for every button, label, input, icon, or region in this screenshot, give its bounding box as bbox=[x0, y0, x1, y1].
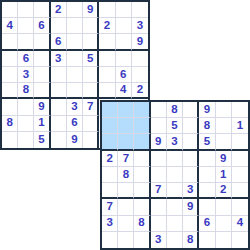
cell-g2-r7-c7[interactable] bbox=[199, 199, 215, 215]
cell-g2-r6-c1[interactable] bbox=[102, 183, 118, 199]
cell-g2-r1-c9[interactable] bbox=[232, 102, 248, 118]
cell-g2-r5-c5[interactable] bbox=[167, 167, 183, 183]
cell-g1-r2-c9[interactable]: 3 bbox=[132, 18, 148, 34]
cell-g2-r1-c8[interactable] bbox=[216, 102, 232, 118]
cell-g1-r8-c3[interactable]: 1 bbox=[34, 116, 50, 132]
cell-g2-r6-c3[interactable] bbox=[134, 183, 150, 199]
cell-g1-r4-c2[interactable]: 6 bbox=[18, 51, 34, 67]
cell-g1-r4-c6[interactable]: 5 bbox=[83, 51, 99, 67]
cell-g1-r9-c4[interactable] bbox=[51, 132, 67, 148]
cell-g2-r5-c3[interactable] bbox=[134, 167, 150, 183]
cell-g1-r3-c6[interactable] bbox=[83, 34, 99, 50]
cell-g1-r4-c7[interactable] bbox=[99, 51, 115, 67]
cell-g1-r6-c6[interactable] bbox=[83, 83, 99, 99]
cell-g1-r2-c2[interactable] bbox=[18, 18, 34, 34]
cell-g1-r2-c5[interactable] bbox=[67, 18, 83, 34]
cell-g2-r4-c2[interactable]: 7 bbox=[118, 151, 134, 167]
cell-g1-r1-c8[interactable] bbox=[116, 2, 132, 18]
cell-g1-r7-c3[interactable]: 9 bbox=[34, 99, 50, 115]
cell-g2-r5-c7[interactable] bbox=[199, 167, 215, 183]
cell-g1-r3-c2[interactable] bbox=[18, 34, 34, 50]
cell-g1-r4-c5[interactable] bbox=[67, 51, 83, 67]
cell-g1-r5-c4[interactable] bbox=[51, 67, 67, 83]
cell-g2-r3-c8[interactable] bbox=[216, 134, 232, 150]
cell-g1-r1-c6[interactable]: 9 bbox=[83, 2, 99, 18]
cell-g2-r9-c7[interactable] bbox=[199, 232, 215, 248]
cell-g2-r9-c3[interactable] bbox=[134, 232, 150, 248]
cell-g1-r5-c9[interactable] bbox=[132, 67, 148, 83]
cell-g2-r2-c8[interactable] bbox=[216, 118, 232, 134]
cell-g2-r5-c4[interactable] bbox=[151, 167, 167, 183]
cell-g1-r7-c5[interactable]: 3 bbox=[67, 99, 83, 115]
cell-g2-r2-c3-shared[interactable] bbox=[134, 118, 150, 134]
cell-g2-r2-c7[interactable]: 8 bbox=[199, 118, 215, 134]
cell-g2-r9-c2[interactable] bbox=[118, 232, 134, 248]
cell-g1-r6-c4[interactable] bbox=[51, 83, 67, 99]
cell-g2-r6-c2[interactable] bbox=[118, 183, 134, 199]
cell-g1-r6-c9[interactable]: 2 bbox=[132, 83, 148, 99]
cell-g2-r2-c2-shared[interactable] bbox=[118, 118, 134, 134]
cell-g2-r5-c1[interactable] bbox=[102, 167, 118, 183]
cell-g1-r3-c9[interactable]: 9 bbox=[132, 34, 148, 50]
cell-g2-r9-c9[interactable] bbox=[232, 232, 248, 248]
cell-g1-r8-c6[interactable] bbox=[83, 116, 99, 132]
cell-g2-r8-c3[interactable]: 8 bbox=[134, 216, 150, 232]
cell-g1-r1-c2[interactable] bbox=[18, 2, 34, 18]
cell-g2-r8-c2[interactable] bbox=[118, 216, 134, 232]
cell-g1-r3-c8[interactable] bbox=[116, 34, 132, 50]
cell-g1-r2-c7[interactable]: 2 bbox=[99, 18, 115, 34]
cell-g2-r4-c7[interactable] bbox=[199, 151, 215, 167]
cell-g2-r6-c9[interactable] bbox=[232, 183, 248, 199]
cell-g2-r1-c1-shared[interactable] bbox=[102, 102, 118, 118]
cell-g1-r3-c5[interactable] bbox=[67, 34, 83, 50]
cell-g1-r3-c3[interactable] bbox=[34, 34, 50, 50]
cell-g1-r9-c1[interactable] bbox=[2, 132, 18, 148]
cell-g1-r5-c7[interactable] bbox=[99, 67, 115, 83]
cell-g2-r8-c8[interactable] bbox=[216, 216, 232, 232]
cell-g1-r1-c3[interactable] bbox=[34, 2, 50, 18]
cell-g2-r4-c8[interactable]: 9 bbox=[216, 151, 232, 167]
cell-g2-r2-c6[interactable] bbox=[183, 118, 199, 134]
cell-g1-r8-c2[interactable] bbox=[18, 116, 34, 132]
cell-g2-r7-c9[interactable] bbox=[232, 199, 248, 215]
cell-g2-r1-c2-shared[interactable] bbox=[118, 102, 134, 118]
cell-g1-r2-c1[interactable]: 4 bbox=[2, 18, 18, 34]
cell-g2-r2-c9[interactable]: 1 bbox=[232, 118, 248, 134]
cell-g1-r2-c3[interactable]: 6 bbox=[34, 18, 50, 34]
cell-g1-r4-c1[interactable] bbox=[2, 51, 18, 67]
cell-g1-r7-c6[interactable]: 7 bbox=[83, 99, 99, 115]
cell-g2-r9-c5[interactable] bbox=[167, 232, 183, 248]
cell-g2-r7-c3[interactable] bbox=[134, 199, 150, 215]
cell-g1-r1-c9[interactable] bbox=[132, 2, 148, 18]
cell-g2-r7-c1[interactable]: 7 bbox=[102, 199, 118, 215]
cell-g2-r6-c5[interactable] bbox=[167, 183, 183, 199]
cell-g1-r3-c1[interactable] bbox=[2, 34, 18, 50]
cell-g2-r4-c6[interactable] bbox=[183, 151, 199, 167]
cell-g1-r7-c1[interactable] bbox=[2, 99, 18, 115]
cell-g1-r6-c1[interactable] bbox=[2, 83, 18, 99]
cell-g2-r6-c4[interactable]: 7 bbox=[151, 183, 167, 199]
cell-g2-r4-c1[interactable]: 2 bbox=[102, 151, 118, 167]
cell-g2-r2-c1-shared[interactable] bbox=[102, 118, 118, 134]
cell-g1-r4-c4[interactable]: 3 bbox=[51, 51, 67, 67]
cell-g2-r5-c2[interactable]: 8 bbox=[118, 167, 134, 183]
cell-g2-r7-c6[interactable]: 9 bbox=[183, 199, 199, 215]
cell-g1-r6-c8[interactable]: 4 bbox=[116, 83, 132, 99]
cell-g1-r1-c7[interactable] bbox=[99, 2, 115, 18]
cell-g2-r4-c5[interactable] bbox=[167, 151, 183, 167]
cell-g1-r9-c2[interactable] bbox=[18, 132, 34, 148]
cell-g2-r7-c5[interactable] bbox=[167, 199, 183, 215]
cell-g1-r9-c6[interactable] bbox=[83, 132, 99, 148]
cell-g1-r2-c8[interactable] bbox=[116, 18, 132, 34]
cell-g2-r3-c4[interactable]: 9 bbox=[151, 134, 167, 150]
cell-g1-r8-c4[interactable] bbox=[51, 116, 67, 132]
cell-g2-r1-c6[interactable] bbox=[183, 102, 199, 118]
cell-g1-r5-c8[interactable]: 6 bbox=[116, 67, 132, 83]
cell-g2-r8-c6[interactable] bbox=[183, 216, 199, 232]
cell-g1-r7-c2[interactable] bbox=[18, 99, 34, 115]
cell-g1-r5-c5[interactable] bbox=[67, 67, 83, 83]
cell-g2-r9-c6[interactable]: 8 bbox=[183, 232, 199, 248]
cell-g1-r5-c2[interactable]: 3 bbox=[18, 67, 34, 83]
cell-g2-r4-c9[interactable] bbox=[232, 151, 248, 167]
cell-g2-r9-c4[interactable]: 3 bbox=[151, 232, 167, 248]
cell-g2-r9-c8[interactable] bbox=[216, 232, 232, 248]
cell-g2-r6-c6[interactable]: 3 bbox=[183, 183, 199, 199]
cell-g2-r5-c6[interactable] bbox=[183, 167, 199, 183]
cell-g2-r1-c5[interactable]: 8 bbox=[167, 102, 183, 118]
cell-g1-r6-c3[interactable] bbox=[34, 83, 50, 99]
cell-g2-r5-c8[interactable]: 1 bbox=[216, 167, 232, 183]
sudoku-grid-bottom-right: 895819352798173279386438 bbox=[100, 100, 250, 250]
cell-g2-r3-c6[interactable] bbox=[183, 134, 199, 150]
cell-g2-r8-c1[interactable]: 3 bbox=[102, 216, 118, 232]
cell-g1-r4-c9[interactable] bbox=[132, 51, 148, 67]
cell-g2-r1-c4[interactable] bbox=[151, 102, 167, 118]
cell-g2-r6-c7[interactable] bbox=[199, 183, 215, 199]
cell-g2-r3-c9[interactable] bbox=[232, 134, 248, 150]
cell-g2-r7-c8[interactable] bbox=[216, 199, 232, 215]
cell-g1-r5-c6[interactable] bbox=[83, 67, 99, 83]
cell-g1-r6-c5[interactable] bbox=[67, 83, 83, 99]
cell-g2-r8-c5[interactable] bbox=[167, 216, 183, 232]
cell-g2-r8-c4[interactable] bbox=[151, 216, 167, 232]
cell-g2-r7-c2[interactable] bbox=[118, 199, 134, 215]
cell-g1-r2-c4[interactable] bbox=[51, 18, 67, 34]
cell-g2-r2-c5[interactable]: 5 bbox=[167, 118, 183, 134]
cell-g2-r5-c9[interactable] bbox=[232, 167, 248, 183]
cell-g2-r3-c1-shared[interactable] bbox=[102, 134, 118, 150]
cell-g1-r3-c4[interactable]: 6 bbox=[51, 34, 67, 50]
cell-g2-r9-c1[interactable] bbox=[102, 232, 118, 248]
cell-g2-r4-c3[interactable] bbox=[134, 151, 150, 167]
cell-g2-r4-c4[interactable] bbox=[151, 151, 167, 167]
cell-g1-r7-c4[interactable] bbox=[51, 99, 67, 115]
twodoku-board: 294623696353684293781659 895819352798173… bbox=[0, 0, 250, 250]
cell-g1-r1-c4[interactable]: 2 bbox=[51, 2, 67, 18]
cell-g1-r9-c5[interactable]: 9 bbox=[67, 132, 83, 148]
cell-g2-r1-c3-shared[interactable] bbox=[134, 102, 150, 118]
cell-g1-r2-c6[interactable] bbox=[83, 18, 99, 34]
cell-g2-r8-c9[interactable]: 4 bbox=[232, 216, 248, 232]
cell-g2-r3-c7[interactable]: 5 bbox=[199, 134, 215, 150]
cell-g1-r1-c5[interactable] bbox=[67, 2, 83, 18]
cell-g2-r3-c2-shared[interactable] bbox=[118, 134, 134, 150]
cell-g1-r1-c1[interactable] bbox=[2, 2, 18, 18]
cell-g1-r3-c7[interactable] bbox=[99, 34, 115, 50]
cell-g1-r6-c7[interactable] bbox=[99, 83, 115, 99]
cell-g1-r9-c3[interactable]: 5 bbox=[34, 132, 50, 148]
cell-g1-r5-c3[interactable] bbox=[34, 67, 50, 83]
cell-g1-r8-c1[interactable]: 8 bbox=[2, 116, 18, 132]
cell-g1-r6-c2[interactable]: 8 bbox=[18, 83, 34, 99]
cell-g1-r5-c1[interactable] bbox=[2, 67, 18, 83]
cell-g1-r4-c8[interactable] bbox=[116, 51, 132, 67]
cell-g2-r1-c7[interactable]: 9 bbox=[199, 102, 215, 118]
cell-g2-r3-c3-shared[interactable] bbox=[134, 134, 150, 150]
cell-g2-r7-c4[interactable] bbox=[151, 199, 167, 215]
cell-g2-r2-c4[interactable] bbox=[151, 118, 167, 134]
cell-g2-r6-c8[interactable]: 2 bbox=[216, 183, 232, 199]
cell-g1-r8-c5[interactable]: 6 bbox=[67, 116, 83, 132]
cell-g1-r4-c3[interactable] bbox=[34, 51, 50, 67]
cell-g2-r8-c7[interactable]: 6 bbox=[199, 216, 215, 232]
cell-g2-r3-c5[interactable]: 3 bbox=[167, 134, 183, 150]
